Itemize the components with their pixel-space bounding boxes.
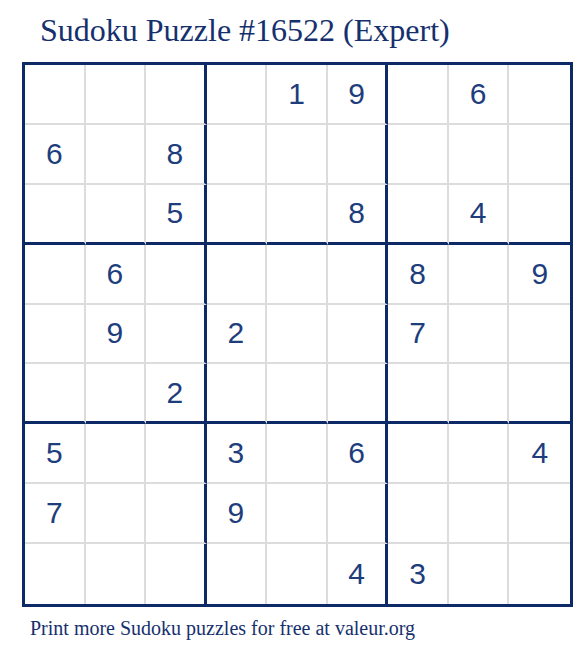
cell-r8c1[interactable]: 7 bbox=[25, 484, 86, 544]
cell-r3c4[interactable] bbox=[207, 185, 268, 245]
cell-r6c4[interactable] bbox=[207, 364, 268, 424]
cell-r1c5[interactable]: 1 bbox=[267, 65, 328, 125]
cell-r4c3[interactable] bbox=[146, 245, 207, 305]
cell-r5c7[interactable]: 7 bbox=[388, 305, 449, 365]
cell-r4c4[interactable] bbox=[207, 245, 268, 305]
cell-r5c1[interactable] bbox=[25, 305, 86, 365]
cell-r8c7[interactable] bbox=[388, 484, 449, 544]
cell-r1c6[interactable]: 9 bbox=[328, 65, 389, 125]
cell-r8c4[interactable]: 9 bbox=[207, 484, 268, 544]
cell-r3c3[interactable]: 5 bbox=[146, 185, 207, 245]
cell-r4c8[interactable] bbox=[449, 245, 510, 305]
cell-r9c6[interactable]: 4 bbox=[328, 544, 389, 604]
cell-r4c2[interactable]: 6 bbox=[86, 245, 147, 305]
cell-r4c1[interactable] bbox=[25, 245, 86, 305]
cell-r6c5[interactable] bbox=[267, 364, 328, 424]
cell-r8c6[interactable] bbox=[328, 484, 389, 544]
cell-r8c2[interactable] bbox=[86, 484, 147, 544]
cell-r5c4[interactable]: 2 bbox=[207, 305, 268, 365]
cell-r7c5[interactable] bbox=[267, 424, 328, 484]
cell-r7c7[interactable] bbox=[388, 424, 449, 484]
cell-r1c3[interactable] bbox=[146, 65, 207, 125]
cell-r2c8[interactable] bbox=[449, 125, 510, 185]
cell-r3c8[interactable]: 4 bbox=[449, 185, 510, 245]
cell-r6c8[interactable] bbox=[449, 364, 510, 424]
cell-r2c4[interactable] bbox=[207, 125, 268, 185]
cell-r5c2[interactable]: 9 bbox=[86, 305, 147, 365]
cell-r5c3[interactable] bbox=[146, 305, 207, 365]
cell-r1c7[interactable] bbox=[388, 65, 449, 125]
cell-r4c7[interactable]: 8 bbox=[388, 245, 449, 305]
cell-r5c5[interactable] bbox=[267, 305, 328, 365]
cell-r6c1[interactable] bbox=[25, 364, 86, 424]
cell-r5c6[interactable] bbox=[328, 305, 389, 365]
cell-r3c7[interactable] bbox=[388, 185, 449, 245]
cell-r9c4[interactable] bbox=[207, 544, 268, 604]
cell-r7c3[interactable] bbox=[146, 424, 207, 484]
cell-r1c9[interactable] bbox=[509, 65, 570, 125]
page-title: Sudoku Puzzle #16522 (Expert) bbox=[40, 12, 450, 49]
cell-r3c5[interactable] bbox=[267, 185, 328, 245]
cell-r2c2[interactable] bbox=[86, 125, 147, 185]
cell-r8c5[interactable] bbox=[267, 484, 328, 544]
cell-r9c9[interactable] bbox=[509, 544, 570, 604]
cell-r4c9[interactable]: 9 bbox=[509, 245, 570, 305]
cell-r7c8[interactable] bbox=[449, 424, 510, 484]
cell-r6c7[interactable] bbox=[388, 364, 449, 424]
cell-r3c1[interactable] bbox=[25, 185, 86, 245]
sudoku-board: 19668584689927253647943 bbox=[22, 62, 573, 607]
cell-r7c6[interactable]: 6 bbox=[328, 424, 389, 484]
cell-r9c7[interactable]: 3 bbox=[388, 544, 449, 604]
cell-r1c1[interactable] bbox=[25, 65, 86, 125]
cell-r7c2[interactable] bbox=[86, 424, 147, 484]
cell-r9c1[interactable] bbox=[25, 544, 86, 604]
cell-r9c8[interactable] bbox=[449, 544, 510, 604]
cell-r4c6[interactable] bbox=[328, 245, 389, 305]
cell-r7c4[interactable]: 3 bbox=[207, 424, 268, 484]
cell-r2c7[interactable] bbox=[388, 125, 449, 185]
cell-r8c8[interactable] bbox=[449, 484, 510, 544]
footer-text: Print more Sudoku puzzles for free at va… bbox=[30, 617, 415, 640]
cell-r8c9[interactable] bbox=[509, 484, 570, 544]
cell-r1c4[interactable] bbox=[207, 65, 268, 125]
cell-r2c6[interactable] bbox=[328, 125, 389, 185]
cell-r1c2[interactable] bbox=[86, 65, 147, 125]
cell-r3c2[interactable] bbox=[86, 185, 147, 245]
cell-r3c9[interactable] bbox=[509, 185, 570, 245]
cell-r8c3[interactable] bbox=[146, 484, 207, 544]
cell-r3c6[interactable]: 8 bbox=[328, 185, 389, 245]
cell-r2c9[interactable] bbox=[509, 125, 570, 185]
cell-r6c3[interactable]: 2 bbox=[146, 364, 207, 424]
cell-r9c3[interactable] bbox=[146, 544, 207, 604]
cell-r7c9[interactable]: 4 bbox=[509, 424, 570, 484]
cell-r2c5[interactable] bbox=[267, 125, 328, 185]
cell-r9c5[interactable] bbox=[267, 544, 328, 604]
cell-r6c6[interactable] bbox=[328, 364, 389, 424]
cell-r6c9[interactable] bbox=[509, 364, 570, 424]
cell-r4c5[interactable] bbox=[267, 245, 328, 305]
cell-r5c9[interactable] bbox=[509, 305, 570, 365]
cell-r7c1[interactable]: 5 bbox=[25, 424, 86, 484]
cell-r2c3[interactable]: 8 bbox=[146, 125, 207, 185]
cell-r5c8[interactable] bbox=[449, 305, 510, 365]
cell-r1c8[interactable]: 6 bbox=[449, 65, 510, 125]
cell-r9c2[interactable] bbox=[86, 544, 147, 604]
cell-r2c1[interactable]: 6 bbox=[25, 125, 86, 185]
cell-r6c2[interactable] bbox=[86, 364, 147, 424]
sudoku-page: Sudoku Puzzle #16522 (Expert) 1966858468… bbox=[0, 0, 580, 651]
